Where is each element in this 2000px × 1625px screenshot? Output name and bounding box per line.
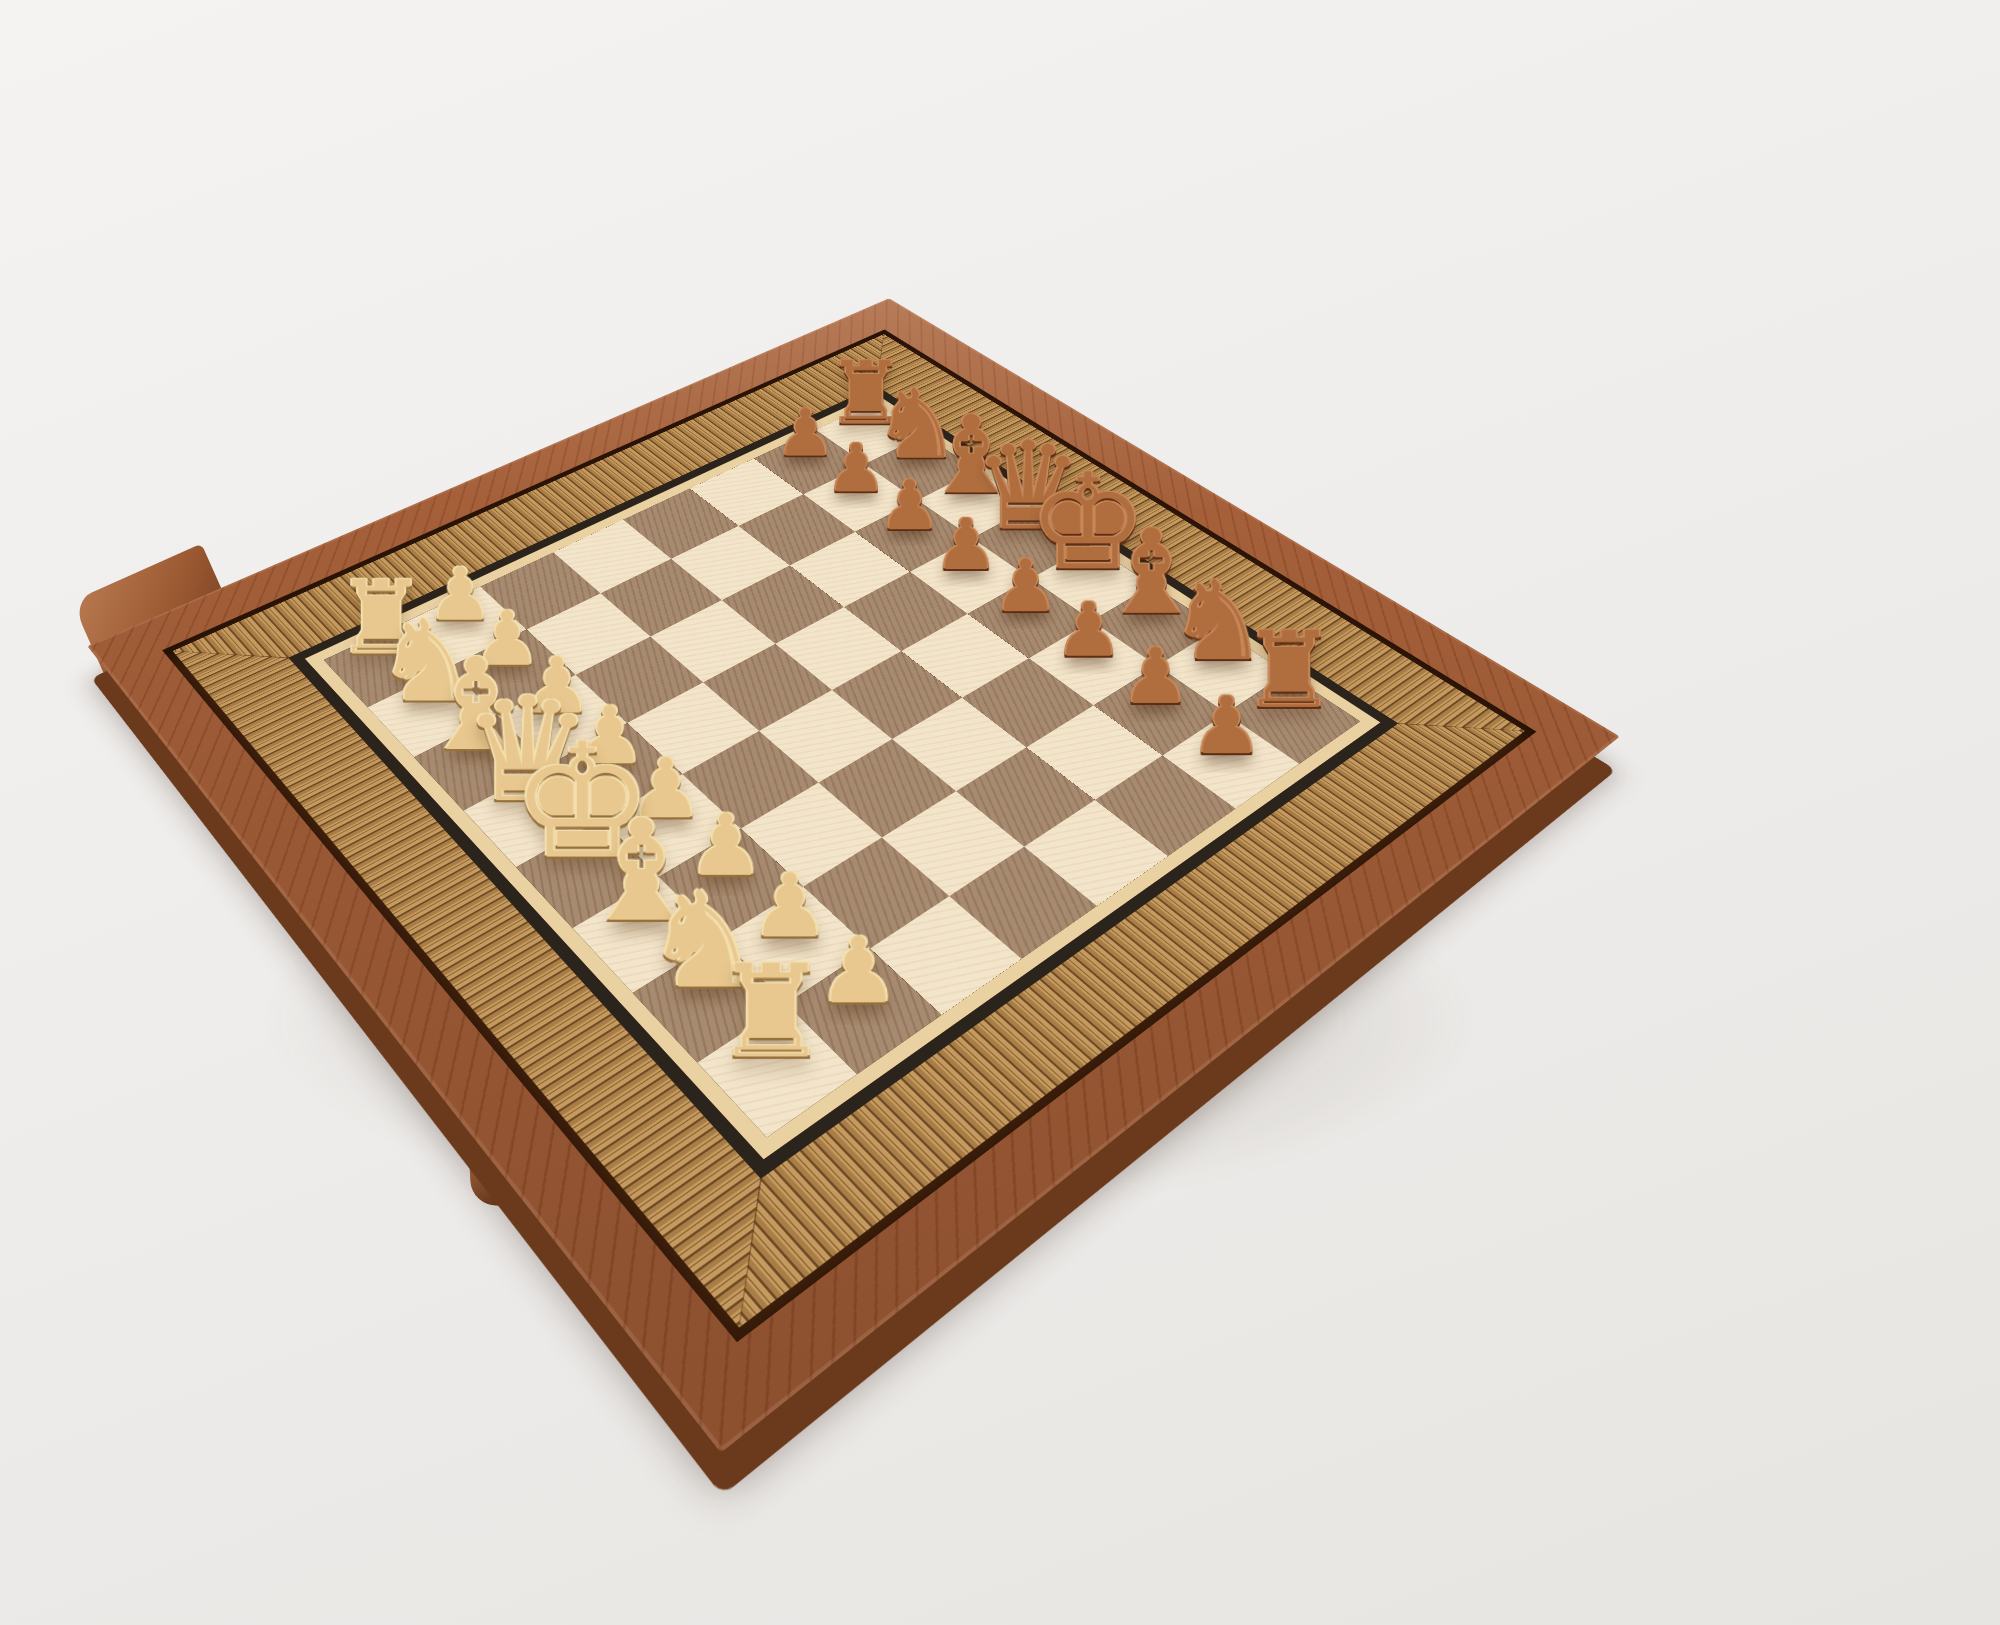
chess-board: ♜♞♝♛♚♝♞♜♟♟♟♟♟♟♟♟♟♟♟♟♟♟♟♟♜♞♝♛♚♝♞♜: [87, 298, 1620, 1453]
square-f5: [892, 698, 1026, 791]
board-perspective-wrapper: ♜♞♝♛♚♝♞♜♟♟♟♟♟♟♟♟♟♟♟♟♟♟♟♟♜♞♝♛♚♝♞♜: [182, 40, 1482, 1340]
photo-stage: ♜♞♝♛♚♝♞♜♟♟♟♟♟♟♟♟♟♟♟♟♟♟♟♟♜♞♝♛♚♝♞♜: [0, 0, 2000, 1625]
